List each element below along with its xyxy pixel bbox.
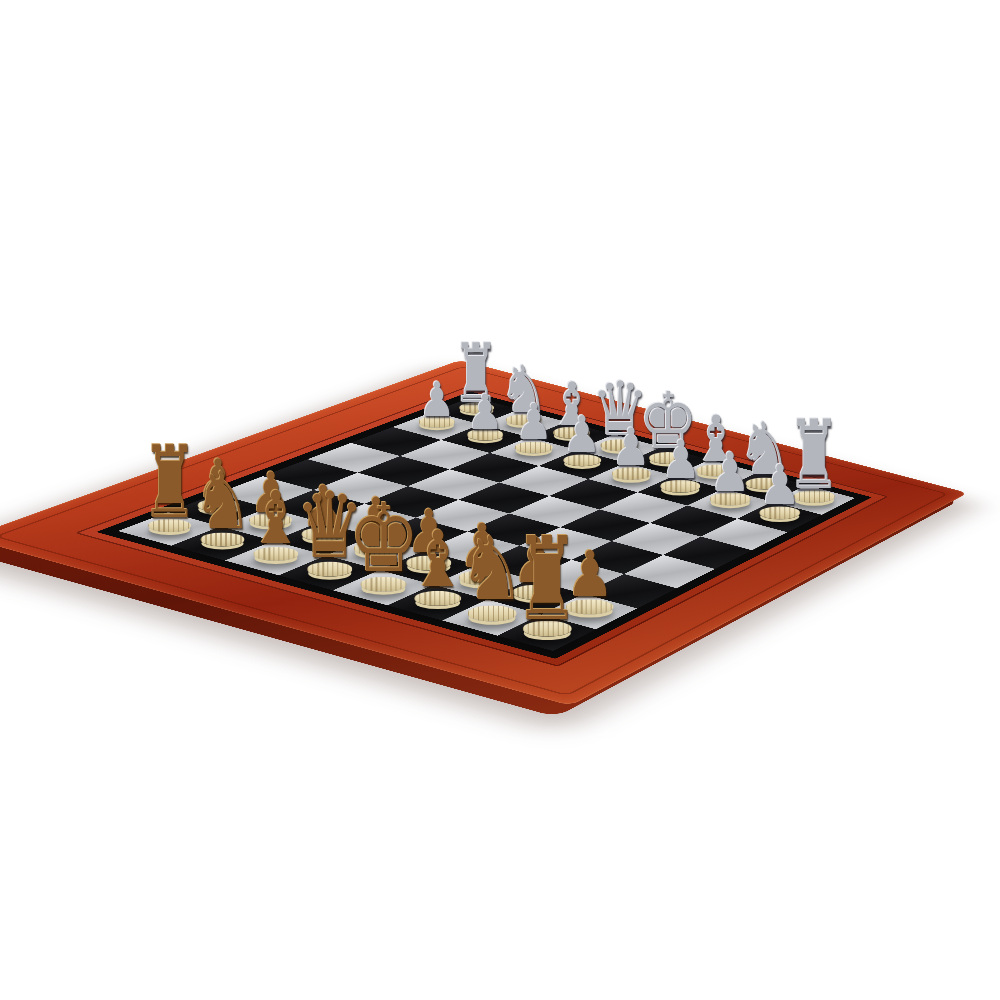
- black-pawn-f7[interactable]: ♟: [657, 436, 705, 493]
- black-pawn-glyph: ♟: [515, 401, 553, 447]
- black-pawn-glyph: ♟: [419, 378, 455, 422]
- black-pawn-d7[interactable]: ♟: [560, 413, 605, 467]
- black-pawn-glyph: ♟: [759, 460, 801, 511]
- black-pawn-h7[interactable]: ♟: [755, 460, 804, 519]
- black-pawn-c7[interactable]: ♟: [511, 401, 556, 454]
- black-pawn-e7[interactable]: ♟: [608, 424, 654, 479]
- black-pawn-glyph: ♟: [563, 413, 602, 460]
- black-pawn-glyph: ♟: [660, 436, 700, 485]
- black-pawn-b7[interactable]: ♟: [463, 389, 507, 440]
- chess-pieces-layer: ♜♞♝♛♚♝♞♜♟♟♟♟♟♟♟♟♟♟♟♟♟♟♟♟♜♞♝♛♚♝♞♜: [0, 0, 1000, 1000]
- white-rook-glyph: ♜: [515, 525, 580, 631]
- black-pawn-glyph: ♟: [467, 389, 504, 434]
- black-pawn-a7[interactable]: ♟: [416, 378, 459, 428]
- black-pawn-glyph: ♟: [612, 424, 651, 472]
- chess-set-photo: ♜♞♝♛♚♝♞♜♟♟♟♟♟♟♟♟♟♟♟♟♟♟♟♟♜♞♝♛♚♝♞♜: [0, 0, 1000, 1000]
- white-rook-h1[interactable]: ♜: [501, 531, 593, 637]
- black-pawn-g7[interactable]: ♟: [706, 448, 755, 506]
- black-pawn-glyph: ♟: [709, 448, 750, 498]
